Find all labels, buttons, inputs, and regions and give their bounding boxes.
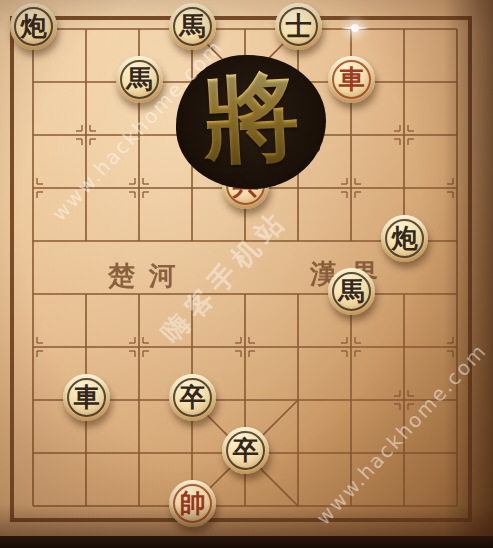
piece-character: 馬 <box>180 13 206 39</box>
check-announcement: 將 <box>176 55 326 189</box>
piece-character: 帥 <box>180 490 206 516</box>
piece-black-advisor[interactable]: 士 <box>275 3 322 50</box>
piece-black-horse-c[interactable]: 馬 <box>328 268 375 315</box>
bottom-edge <box>0 536 493 548</box>
piece-character: 車 <box>339 66 365 92</box>
piece-black-cannon-b[interactable]: 炮 <box>381 215 428 262</box>
ink-drip <box>268 177 278 186</box>
piece-character: 卒 <box>180 384 206 410</box>
sparkle-dot <box>351 24 359 32</box>
xiangqi-board-screenshot: 楚河 漢界 炮馬士馬車將兵炮馬車卒卒帥 將 www.hackhome.com 嗨… <box>0 0 493 548</box>
piece-black-horse-b[interactable]: 馬 <box>116 56 163 103</box>
piece-character: 士 <box>286 13 312 39</box>
piece-red-chariot[interactable]: 車 <box>328 56 375 103</box>
piece-black-cannon-a[interactable]: 炮 <box>10 3 57 50</box>
piece-red-general[interactable]: 帥 <box>169 480 216 527</box>
piece-character: 馬 <box>339 278 365 304</box>
piece-character: 炮 <box>21 13 47 39</box>
check-character: 將 <box>173 59 329 177</box>
piece-black-soldier-a[interactable]: 卒 <box>169 374 216 421</box>
piece-black-soldier-b[interactable]: 卒 <box>222 427 269 474</box>
piece-character: 車 <box>74 384 100 410</box>
piece-character: 炮 <box>392 225 418 251</box>
piece-black-chariot[interactable]: 車 <box>63 374 110 421</box>
piece-character: 馬 <box>127 66 153 92</box>
river-label-chuhe: 楚河 <box>108 262 190 289</box>
piece-character: 卒 <box>233 437 259 463</box>
piece-black-horse-a[interactable]: 馬 <box>169 3 216 50</box>
